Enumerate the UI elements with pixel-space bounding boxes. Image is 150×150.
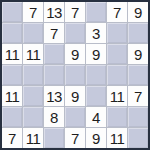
empty-cell-r4c3[interactable] xyxy=(44,65,64,85)
empty-cell-r4c6[interactable] xyxy=(107,65,127,85)
clue-cell-r2c5: 3 xyxy=(86,23,106,43)
clue-cell-r1c7: 9 xyxy=(128,2,148,22)
empty-cell-r4c7[interactable] xyxy=(128,65,148,85)
empty-cell-r6c6[interactable] xyxy=(107,107,127,127)
empty-cell-r5c2[interactable] xyxy=(23,86,43,106)
clue-cell-r6c5: 4 xyxy=(86,107,106,127)
clue-cell-r7c5: 9 xyxy=(86,128,106,148)
clue-cell-r1c6: 7 xyxy=(107,2,127,22)
clue-cell-r7c1: 7 xyxy=(2,128,22,148)
clue-cell-r7c4: 7 xyxy=(65,128,85,148)
clue-cell-r6c3: 8 xyxy=(44,107,64,127)
empty-cell-r4c2[interactable] xyxy=(23,65,43,85)
empty-cell-r7c7[interactable] xyxy=(128,128,148,148)
empty-cell-r1c5[interactable] xyxy=(86,2,106,22)
empty-cell-r4c5[interactable] xyxy=(86,65,106,85)
clue-cell-r2c3: 7 xyxy=(44,23,64,43)
empty-cell-r5c5[interactable] xyxy=(86,86,106,106)
clue-cell-r3c4: 9 xyxy=(65,44,85,64)
empty-cell-r6c4[interactable] xyxy=(65,107,85,127)
empty-cell-r6c1[interactable] xyxy=(2,107,22,127)
empty-cell-r6c2[interactable] xyxy=(23,107,43,127)
empty-cell-r3c6[interactable] xyxy=(107,44,127,64)
clue-cell-r5c7: 7 xyxy=(128,86,148,106)
empty-cell-r2c7[interactable] xyxy=(128,23,148,43)
clue-cell-r1c3: 13 xyxy=(44,2,64,22)
empty-cell-r6c7[interactable] xyxy=(128,107,148,127)
clue-cell-r1c2: 7 xyxy=(23,2,43,22)
empty-cell-r1c1[interactable] xyxy=(2,2,22,22)
clue-cell-r5c1: 11 xyxy=(2,86,22,106)
clue-cell-r3c5: 9 xyxy=(86,44,106,64)
empty-cell-r2c2[interactable] xyxy=(23,23,43,43)
clue-cell-r7c6: 11 xyxy=(107,128,127,148)
clue-cell-r5c6: 11 xyxy=(107,86,127,106)
clue-cell-r3c1: 11 xyxy=(2,44,22,64)
clue-cell-r7c2: 11 xyxy=(23,128,43,148)
empty-cell-r2c1[interactable] xyxy=(2,23,22,43)
empty-cell-r2c6[interactable] xyxy=(107,23,127,43)
kuromasu-board: 71377973111199911139117847117911 xyxy=(0,0,150,150)
clue-cell-r1c4: 7 xyxy=(65,2,85,22)
empty-cell-r7c3[interactable] xyxy=(44,128,64,148)
empty-cell-r4c1[interactable] xyxy=(2,65,22,85)
clue-cell-r5c3: 13 xyxy=(44,86,64,106)
empty-cell-r2c4[interactable] xyxy=(65,23,85,43)
empty-cell-r3c3[interactable] xyxy=(44,44,64,64)
empty-cell-r4c4[interactable] xyxy=(65,65,85,85)
clue-cell-r5c4: 9 xyxy=(65,86,85,106)
clue-cell-r3c7: 9 xyxy=(128,44,148,64)
clue-cell-r3c2: 11 xyxy=(23,44,43,64)
